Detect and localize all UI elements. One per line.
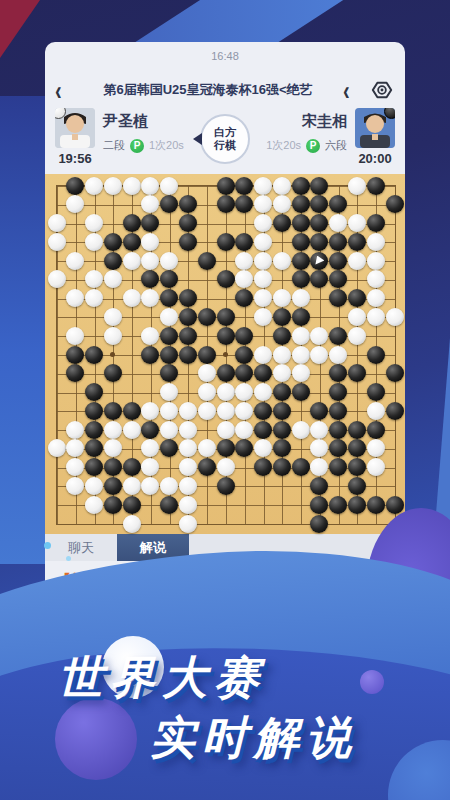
white-stone <box>85 177 103 195</box>
black-stone <box>179 289 197 307</box>
white-stone <box>160 177 178 195</box>
black-stone <box>160 327 178 345</box>
black-stone <box>217 327 235 345</box>
white-stone <box>273 364 291 382</box>
star-point <box>223 352 228 357</box>
black-stone <box>329 327 347 345</box>
black-stone <box>273 383 291 401</box>
black-stone <box>104 364 122 382</box>
white-stone <box>179 421 197 439</box>
white-stone <box>160 308 178 326</box>
white-stone <box>123 421 141 439</box>
turn-text-line1: 白方 <box>214 126 236 139</box>
decor-cyan-dot-small <box>66 556 71 561</box>
right-player-p-badge: P <box>306 139 320 153</box>
white-stone <box>310 421 328 439</box>
black-stone <box>329 421 347 439</box>
black-stone <box>198 252 216 270</box>
black-stone <box>367 421 385 439</box>
left-player-info: 尹圣植 二段 P 1次20s <box>97 108 200 153</box>
black-stone <box>292 383 310 401</box>
white-stone <box>160 421 178 439</box>
black-stone <box>217 270 235 288</box>
black-stone <box>85 421 103 439</box>
white-stone <box>273 289 291 307</box>
black-stone <box>179 233 197 251</box>
white-stone <box>141 327 159 345</box>
white-stone <box>254 308 272 326</box>
black-stone <box>292 458 310 476</box>
black-stone <box>179 308 197 326</box>
black-stone <box>254 421 272 439</box>
black-stone <box>348 233 366 251</box>
white-stone <box>198 402 216 420</box>
white-stone <box>198 383 216 401</box>
white-stone <box>179 458 197 476</box>
players-panel: 19:56 尹圣植 二段 P 1次20s 白方 行棋 宋圭相 1次20s P 六… <box>45 106 405 172</box>
black-stone <box>235 177 253 195</box>
black-stone <box>85 346 103 364</box>
bubble-arrow-left-icon <box>193 133 202 145</box>
white-stone <box>348 252 366 270</box>
black-stone <box>141 346 159 364</box>
white-stone <box>48 439 66 457</box>
left-player-rank: 二段 <box>103 138 125 153</box>
turn-indicator-bubble: 白方 行棋 <box>200 114 250 164</box>
black-stone <box>273 308 291 326</box>
black-stone <box>104 477 122 495</box>
black-stone <box>310 515 328 533</box>
white-stone <box>348 214 366 232</box>
black-stone <box>217 364 235 382</box>
white-stone <box>348 177 366 195</box>
left-player-name: 尹圣植 <box>103 112 194 131</box>
black-stone <box>104 233 122 251</box>
left-player-avatar[interactable] <box>55 108 95 148</box>
black-stone <box>85 383 103 401</box>
black-stone <box>179 346 197 364</box>
white-stone <box>235 252 253 270</box>
white-stone <box>198 364 216 382</box>
white-stone <box>179 515 197 533</box>
decor-purple-circle-small <box>360 670 384 694</box>
status-bar-time: 16:48 <box>45 42 405 74</box>
back-chevron-icon[interactable]: ‹ <box>55 76 73 104</box>
white-stone <box>348 308 366 326</box>
white-stone <box>198 439 216 457</box>
black-stone <box>329 252 347 270</box>
right-player-clock: 20:00 <box>358 151 391 166</box>
black-stone <box>104 402 122 420</box>
white-stone <box>179 402 197 420</box>
white-stone <box>292 421 310 439</box>
left-player-avatar-block: 19:56 <box>53 108 97 166</box>
decor-purple-circle-large <box>55 698 137 780</box>
black-stone <box>348 289 366 307</box>
black-stone <box>198 346 216 364</box>
white-stone <box>123 477 141 495</box>
black-stone <box>273 214 291 232</box>
right-player-avatar-block: 20:00 <box>353 108 397 166</box>
white-stone <box>179 496 197 514</box>
white-stone <box>123 252 141 270</box>
black-stone <box>123 458 141 476</box>
white-stone <box>310 346 328 364</box>
white-stone <box>254 214 272 232</box>
black-stone <box>235 346 253 364</box>
white-stone <box>292 364 310 382</box>
white-stone <box>123 515 141 533</box>
white-stone <box>273 195 291 213</box>
white-stone <box>367 233 385 251</box>
black-stone <box>273 421 291 439</box>
black-stone <box>123 214 141 232</box>
white-stone <box>254 346 272 364</box>
black-stone <box>217 477 235 495</box>
black-stone <box>217 177 235 195</box>
white-stone <box>66 421 84 439</box>
settings-gear-icon[interactable] <box>369 77 395 103</box>
slogan-line2: 实时解说 <box>150 708 358 768</box>
black-stone <box>66 177 84 195</box>
black-stone <box>386 364 404 382</box>
black-stone <box>386 402 404 420</box>
black-stone <box>348 496 366 514</box>
white-stone <box>386 308 404 326</box>
black-stone <box>367 177 385 195</box>
black-stone <box>367 346 385 364</box>
black-stone <box>310 177 328 195</box>
black-stone <box>292 270 310 288</box>
white-stone <box>160 252 178 270</box>
white-stone <box>367 458 385 476</box>
black-stone <box>160 496 178 514</box>
slogan-line1: 世界大赛 <box>58 648 266 708</box>
white-stone <box>367 270 385 288</box>
left-player-p-badge: P <box>130 139 144 153</box>
white-stone <box>104 177 122 195</box>
match-title: 第6届韩国U25皇冠海泰杯16强<绝艺 <box>73 81 343 99</box>
white-stone <box>66 252 84 270</box>
white-stone <box>367 289 385 307</box>
black-stone <box>66 346 84 364</box>
black-stone <box>386 496 404 514</box>
white-stone <box>217 383 235 401</box>
tab-chat[interactable]: 聊天 <box>45 534 117 561</box>
bg-left-blue-band <box>0 96 45 564</box>
white-stone <box>367 252 385 270</box>
go-board[interactable] <box>45 174 405 534</box>
black-stone <box>198 308 216 326</box>
white-stone <box>85 233 103 251</box>
white-stone <box>254 177 272 195</box>
black-stone <box>273 402 291 420</box>
white-stone <box>123 289 141 307</box>
white-stone <box>348 327 366 345</box>
black-stone <box>367 496 385 514</box>
white-stone <box>85 214 103 232</box>
white-stone <box>273 252 291 270</box>
black-stone <box>329 402 347 420</box>
white-stone <box>254 252 272 270</box>
white-stone <box>235 402 253 420</box>
white-stone <box>273 177 291 195</box>
black-stone <box>123 402 141 420</box>
white-stone <box>104 421 122 439</box>
white-stone <box>367 308 385 326</box>
black-stone <box>292 214 310 232</box>
black-stone <box>273 458 291 476</box>
white-stone <box>104 308 122 326</box>
white-stone <box>160 477 178 495</box>
white-stone <box>141 177 159 195</box>
black-stone <box>217 195 235 213</box>
black-stone <box>386 195 404 213</box>
black-stone <box>85 402 103 420</box>
black-stone <box>348 421 366 439</box>
black-stone <box>292 195 310 213</box>
black-stone <box>367 383 385 401</box>
white-stone <box>217 421 235 439</box>
black-stone <box>292 233 310 251</box>
white-stone <box>48 270 66 288</box>
black-stone <box>310 496 328 514</box>
white-stone <box>66 327 84 345</box>
black-stone <box>123 233 141 251</box>
black-stone <box>217 439 235 457</box>
left-player-clock: 19:56 <box>58 151 91 166</box>
black-stone <box>104 458 122 476</box>
black-stone <box>179 327 197 345</box>
decor-cyan-dot <box>44 542 51 549</box>
black-stone <box>367 214 385 232</box>
black-stone <box>217 233 235 251</box>
turn-text-line2: 行棋 <box>214 139 236 152</box>
black-stone <box>104 252 122 270</box>
white-stone <box>310 327 328 345</box>
white-stone <box>329 346 347 364</box>
white-stone <box>367 402 385 420</box>
white-stone <box>179 477 197 495</box>
black-stone <box>329 496 347 514</box>
left-player-byoyomi: 1次20s <box>149 138 184 153</box>
white-stone <box>123 177 141 195</box>
white-stone <box>292 327 310 345</box>
black-stone <box>141 421 159 439</box>
white-stone <box>367 439 385 457</box>
black-stone <box>329 233 347 251</box>
white-stone <box>141 252 159 270</box>
right-player-info: 宋圭相 1次20s P 六段 <box>250 108 353 153</box>
black-stone <box>292 177 310 195</box>
white-stone <box>235 421 253 439</box>
black-stone <box>348 477 366 495</box>
white-stone <box>48 214 66 232</box>
black-stone <box>292 252 310 270</box>
white-stone <box>85 477 103 495</box>
black-stone <box>273 327 291 345</box>
collapse-chevron-icon[interactable]: ‹ <box>343 76 361 104</box>
white-stone <box>160 402 178 420</box>
right-player-rank: 六段 <box>325 138 347 153</box>
black-stone <box>217 308 235 326</box>
white-stone <box>254 233 272 251</box>
black-stone <box>254 402 272 420</box>
header-bar: ‹ 第6届韩国U25皇冠海泰杯16强<绝艺 ‹ <box>45 74 405 106</box>
white-stone <box>254 383 272 401</box>
black-stone <box>348 458 366 476</box>
black-stone <box>179 214 197 232</box>
right-player-name: 宋圭相 <box>256 112 347 131</box>
white-stone <box>48 233 66 251</box>
right-player-byoyomi: 1次20s <box>266 138 301 153</box>
right-player-avatar[interactable] <box>355 108 395 148</box>
black-stone <box>160 346 178 364</box>
black-stone <box>104 496 122 514</box>
white-stone <box>85 496 103 514</box>
white-stone <box>292 289 310 307</box>
black-stone <box>235 233 253 251</box>
bg-red-corner-triangle <box>0 0 40 58</box>
white-stone <box>217 458 235 476</box>
black-stone <box>198 458 216 476</box>
white-stone <box>104 327 122 345</box>
white-stone <box>292 346 310 364</box>
black-stone <box>292 308 310 326</box>
white-stone <box>217 402 235 420</box>
white-stone <box>273 346 291 364</box>
black-stone <box>123 496 141 514</box>
black-stone <box>235 327 253 345</box>
